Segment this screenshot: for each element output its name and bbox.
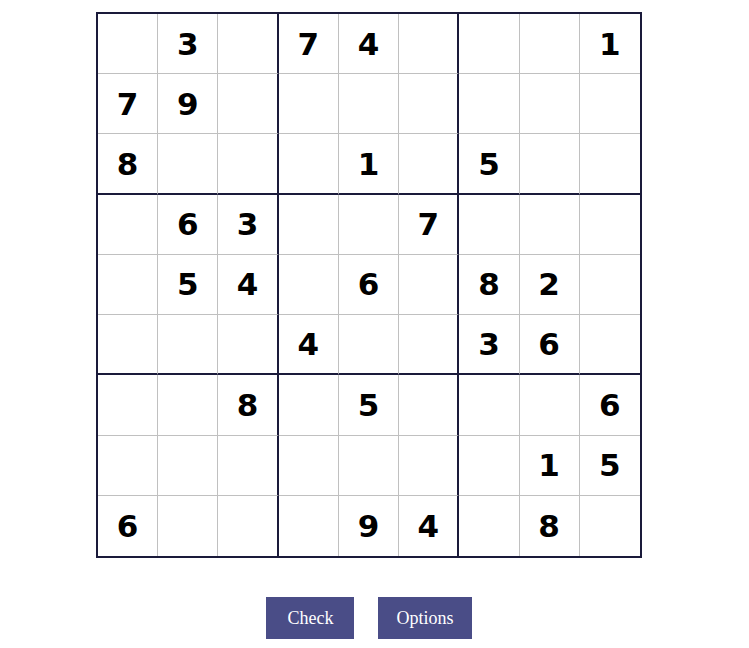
- sudoku-cell[interactable]: [459, 195, 519, 255]
- sudoku-cell[interactable]: 5: [339, 375, 399, 435]
- sudoku-cell[interactable]: [218, 496, 278, 556]
- sudoku-cell[interactable]: [98, 436, 158, 496]
- sudoku-cell[interactable]: [279, 375, 339, 435]
- sudoku-cell[interactable]: 8: [459, 255, 519, 315]
- sudoku-cell[interactable]: 7: [279, 14, 339, 74]
- sudoku-cell[interactable]: [399, 14, 459, 74]
- sudoku-cell[interactable]: [339, 74, 399, 134]
- sudoku-cell[interactable]: 9: [339, 496, 399, 556]
- sudoku-cell[interactable]: [218, 14, 278, 74]
- sudoku-cell[interactable]: 4: [279, 315, 339, 375]
- sudoku-cell[interactable]: 6: [158, 195, 218, 255]
- sudoku-cell[interactable]: [339, 436, 399, 496]
- sudoku-cell[interactable]: [520, 14, 580, 74]
- sudoku-cell[interactable]: [279, 255, 339, 315]
- sudoku-cell[interactable]: 6: [520, 315, 580, 375]
- sudoku-cell[interactable]: [158, 436, 218, 496]
- sudoku-cell[interactable]: [218, 74, 278, 134]
- sudoku-cell[interactable]: [218, 134, 278, 194]
- sudoku-cell[interactable]: [459, 74, 519, 134]
- sudoku-cell[interactable]: [279, 134, 339, 194]
- sudoku-cell[interactable]: 6: [580, 375, 640, 435]
- sudoku-cell[interactable]: [218, 315, 278, 375]
- sudoku-cell[interactable]: [459, 14, 519, 74]
- sudoku-cell[interactable]: [520, 74, 580, 134]
- sudoku-cell[interactable]: 2: [520, 255, 580, 315]
- sudoku-cell[interactable]: [580, 134, 640, 194]
- sudoku-cell[interactable]: 1: [520, 436, 580, 496]
- sudoku-cell[interactable]: 8: [98, 134, 158, 194]
- sudoku-cell[interactable]: 7: [399, 195, 459, 255]
- sudoku-cell[interactable]: [399, 255, 459, 315]
- sudoku-cell[interactable]: [158, 134, 218, 194]
- sudoku-cell[interactable]: 3: [218, 195, 278, 255]
- sudoku-cell[interactable]: 4: [399, 496, 459, 556]
- sudoku-cell[interactable]: [98, 14, 158, 74]
- sudoku-cell[interactable]: [279, 74, 339, 134]
- sudoku-cell[interactable]: 4: [339, 14, 399, 74]
- sudoku-cell[interactable]: 6: [98, 496, 158, 556]
- sudoku-cell[interactable]: 3: [459, 315, 519, 375]
- sudoku-cell[interactable]: [580, 255, 640, 315]
- sudoku-cell[interactable]: [339, 195, 399, 255]
- sudoku-cell[interactable]: [520, 375, 580, 435]
- sudoku-cell[interactable]: [279, 195, 339, 255]
- sudoku-cell[interactable]: [520, 195, 580, 255]
- sudoku-cell[interactable]: [399, 375, 459, 435]
- sudoku-cell[interactable]: [580, 195, 640, 255]
- sudoku-cell[interactable]: [98, 195, 158, 255]
- sudoku-cell[interactable]: [399, 134, 459, 194]
- check-button[interactable]: Check: [266, 597, 354, 639]
- sudoku-cell[interactable]: [279, 496, 339, 556]
- sudoku-cell[interactable]: 1: [580, 14, 640, 74]
- sudoku-cell[interactable]: [98, 255, 158, 315]
- sudoku-cell[interactable]: 6: [339, 255, 399, 315]
- options-button[interactable]: Options: [378, 597, 471, 639]
- sudoku-cell[interactable]: [459, 436, 519, 496]
- sudoku-cell[interactable]: [158, 315, 218, 375]
- sudoku-cell[interactable]: [158, 375, 218, 435]
- sudoku-cell[interactable]: [459, 375, 519, 435]
- sudoku-cell[interactable]: [520, 134, 580, 194]
- sudoku-cell[interactable]: [399, 436, 459, 496]
- button-row: Check Options: [96, 597, 642, 639]
- sudoku-cell[interactable]: 7: [98, 74, 158, 134]
- sudoku-cell[interactable]: [580, 496, 640, 556]
- sudoku-cell[interactable]: 9: [158, 74, 218, 134]
- sudoku-cell[interactable]: [459, 496, 519, 556]
- sudoku-cell[interactable]: [218, 436, 278, 496]
- sudoku-cell[interactable]: 5: [459, 134, 519, 194]
- sudoku-cell[interactable]: 5: [158, 255, 218, 315]
- sudoku-cell[interactable]: [98, 375, 158, 435]
- sudoku-cell[interactable]: 5: [580, 436, 640, 496]
- sudoku-cell[interactable]: 1: [339, 134, 399, 194]
- sudoku-cell[interactable]: 4: [218, 255, 278, 315]
- sudoku-cell[interactable]: [158, 496, 218, 556]
- sudoku-cell[interactable]: 8: [520, 496, 580, 556]
- sudoku-cell[interactable]: [580, 315, 640, 375]
- sudoku-cell[interactable]: [279, 436, 339, 496]
- sudoku-cell[interactable]: [399, 315, 459, 375]
- sudoku-cell[interactable]: [580, 74, 640, 134]
- sudoku-cell[interactable]: 8: [218, 375, 278, 435]
- sudoku-cell[interactable]: [399, 74, 459, 134]
- sudoku-cell[interactable]: [98, 315, 158, 375]
- sudoku-cell[interactable]: 3: [158, 14, 218, 74]
- sudoku-board: 37417981563754682436856156948: [96, 12, 642, 558]
- sudoku-cell[interactable]: [339, 315, 399, 375]
